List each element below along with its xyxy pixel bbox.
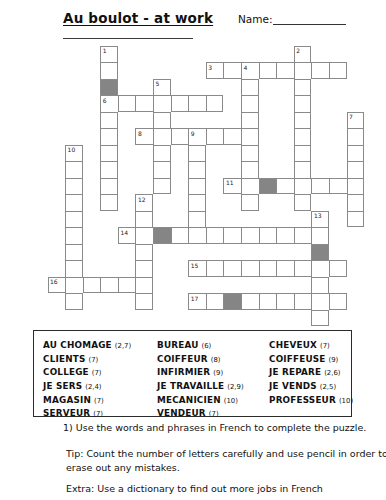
worksheet-page: Au boulot - at work Name: 12345678910111… xyxy=(0,0,386,500)
grid-cell[interactable] xyxy=(311,260,329,277)
grid-cell-gray xyxy=(259,178,277,195)
grid-cell[interactable] xyxy=(65,178,83,195)
word-bank-item: BUREAU(6) xyxy=(157,336,244,350)
grid-cell[interactable] xyxy=(153,95,171,112)
word-bank-word: INFIRMIER xyxy=(157,367,210,377)
grid-cell[interactable]: 10 xyxy=(65,145,83,162)
grid-cell[interactable] xyxy=(329,178,347,195)
title-blank-line xyxy=(63,24,193,39)
clue-number: 4 xyxy=(244,64,248,71)
word-bank-column: CHEVEUX(7)COIFFEUSE(9)JE REPARE(2,6)JE V… xyxy=(269,336,353,404)
grid-cell[interactable] xyxy=(100,178,118,195)
grid-cell[interactable] xyxy=(135,260,153,277)
grid-cell[interactable] xyxy=(276,227,294,244)
grid-cell[interactable]: 11 xyxy=(223,178,241,195)
grid-cell[interactable] xyxy=(259,260,277,277)
grid-cell[interactable] xyxy=(241,145,259,162)
clue-number: 9 xyxy=(191,130,195,137)
grid-cell[interactable]: 13 xyxy=(311,211,329,228)
grid-cell[interactable] xyxy=(100,112,118,129)
grid-cell[interactable] xyxy=(206,95,224,112)
grid-cell[interactable] xyxy=(294,128,312,145)
grid-cell[interactable] xyxy=(65,260,83,277)
grid-cell[interactable] xyxy=(347,128,365,145)
grid-cell[interactable] xyxy=(135,227,153,244)
grid-cell[interactable] xyxy=(171,128,189,145)
instruction-tip-line2: erase out any mistakes. xyxy=(66,462,180,473)
clue-number: 11 xyxy=(226,179,234,186)
clue-number: 13 xyxy=(314,212,322,219)
word-bank-box: AU CHOMAGE(2,7)CLIENTS(7)COLLEGE(7)JE SE… xyxy=(33,330,352,417)
grid-cell[interactable] xyxy=(65,244,83,261)
clue-number: 16 xyxy=(50,278,58,285)
grid-cell[interactable] xyxy=(171,95,189,112)
word-bank-word: AU CHOMAGE xyxy=(43,340,112,350)
grid-cell[interactable] xyxy=(118,95,136,112)
grid-cell[interactable] xyxy=(188,145,206,162)
grid-cell-gray xyxy=(100,79,118,96)
word-bank-letter-count: (7) xyxy=(320,342,330,350)
word-bank-word: COLLEGE xyxy=(43,367,89,377)
word-bank-item: COLLEGE(7) xyxy=(43,363,131,377)
grid-cell[interactable] xyxy=(294,79,312,96)
grid-cell[interactable] xyxy=(241,79,259,96)
grid-cell[interactable] xyxy=(100,277,118,294)
grid-cell[interactable] xyxy=(294,95,312,112)
word-bank-word: CHEVEUX xyxy=(269,340,317,350)
grid-cell[interactable]: 2 xyxy=(294,46,312,63)
grid-cell[interactable]: 5 xyxy=(153,79,171,96)
word-bank-item: INFIRMIER(9) xyxy=(157,363,244,377)
grid-cell[interactable] xyxy=(223,62,241,79)
grid-cell[interactable] xyxy=(347,178,365,195)
grid-cell[interactable] xyxy=(100,145,118,162)
grid-cell[interactable] xyxy=(65,211,83,228)
grid-cell[interactable] xyxy=(294,178,312,195)
word-bank-item: PROFESSEUR(10) xyxy=(269,391,353,405)
word-bank-word: MAGASIN xyxy=(43,395,91,405)
instruction-extra: Extra: Use a dictionary to find out more… xyxy=(66,483,323,494)
grid-cell[interactable] xyxy=(294,112,312,129)
clue-number: 3 xyxy=(208,64,212,71)
grid-cell[interactable] xyxy=(294,161,312,178)
clue-number: 15 xyxy=(191,262,199,269)
word-bank-word: SERVEUR xyxy=(43,408,90,418)
word-bank-letter-count: (6) xyxy=(202,342,212,350)
grid-cell[interactable] xyxy=(294,293,312,310)
grid-cell[interactable] xyxy=(65,277,83,294)
grid-cell[interactable]: 3 xyxy=(206,62,224,79)
clue-number: 6 xyxy=(103,97,107,104)
clue-number: 1 xyxy=(103,47,107,54)
grid-cell[interactable] xyxy=(276,62,294,79)
grid-cell[interactable] xyxy=(294,227,312,244)
word-bank-word: JE SERS xyxy=(43,381,82,391)
grid-cell[interactable] xyxy=(241,161,259,178)
word-bank-item: CHEVEUX(7) xyxy=(269,336,353,350)
word-bank-column: BUREAU(6)COIFFEUR(8)INFIRMIER(9)JE TRAVA… xyxy=(157,336,244,418)
word-bank-word: VENDEUR xyxy=(157,408,206,418)
word-bank-word: JE REPARE xyxy=(269,367,321,377)
grid-cell[interactable] xyxy=(347,211,365,228)
grid-cell[interactable] xyxy=(206,227,224,244)
grid-cell[interactable] xyxy=(276,260,294,277)
grid-cell[interactable]: 17 xyxy=(188,293,206,310)
grid-cell[interactable] xyxy=(135,95,153,112)
grid-cell[interactable] xyxy=(329,293,347,310)
grid-cell[interactable] xyxy=(241,194,259,211)
grid-cell[interactable] xyxy=(135,293,153,310)
word-bank-letter-count: (2,5) xyxy=(320,383,336,391)
grid-cell[interactable] xyxy=(153,128,171,145)
grid-cell-gray xyxy=(223,293,241,310)
grid-cell[interactable] xyxy=(206,128,224,145)
grid-cell[interactable] xyxy=(311,227,329,244)
clue-number: 2 xyxy=(296,47,300,54)
grid-cell[interactable] xyxy=(311,62,329,79)
grid-cell[interactable] xyxy=(294,260,312,277)
word-bank-word: CLIENTS xyxy=(43,354,85,364)
grid-cell[interactable] xyxy=(223,128,241,145)
grid-cell[interactable] xyxy=(294,62,312,79)
grid-cell[interactable]: 4 xyxy=(241,62,259,79)
word-bank-word: BUREAU xyxy=(157,340,199,350)
grid-cell[interactable] xyxy=(188,161,206,178)
grid-cell[interactable] xyxy=(153,161,171,178)
grid-cell[interactable] xyxy=(65,161,83,178)
name-input-line[interactable] xyxy=(273,13,346,25)
grid-cell[interactable] xyxy=(188,95,206,112)
grid-cell[interactable] xyxy=(223,260,241,277)
word-bank-letter-count: (10) xyxy=(224,397,238,405)
grid-cell[interactable] xyxy=(153,178,171,195)
word-bank-item: JE REPARE(2,6) xyxy=(269,363,353,377)
grid-cell[interactable] xyxy=(206,260,224,277)
grid-cell[interactable] xyxy=(153,112,171,129)
grid-cell[interactable] xyxy=(276,293,294,310)
grid-cell[interactable] xyxy=(294,194,312,211)
clue-number: 10 xyxy=(68,146,76,153)
word-bank-item: AU CHOMAGE(2,7) xyxy=(43,336,131,350)
instruction-tip-line1: Tip: Count the number of letters careful… xyxy=(66,448,386,459)
clue-number: 7 xyxy=(349,113,353,120)
grid-cell[interactable] xyxy=(135,277,153,294)
grid-cell[interactable]: 8 xyxy=(135,128,153,145)
name-row: Name: xyxy=(238,13,346,25)
grid-cell[interactable] xyxy=(311,293,329,310)
grid-cell[interactable] xyxy=(100,128,118,145)
grid-cell[interactable] xyxy=(206,293,224,310)
grid-cell[interactable] xyxy=(241,112,259,129)
grid-cell[interactable] xyxy=(311,178,329,195)
word-bank-column: AU CHOMAGE(2,7)CLIENTS(7)COLLEGE(7)JE SE… xyxy=(43,336,131,418)
grid-cell[interactable]: 16 xyxy=(48,277,66,294)
grid-cell[interactable]: 6 xyxy=(100,95,118,112)
grid-cell[interactable] xyxy=(135,244,153,261)
grid-cell[interactable] xyxy=(311,310,329,327)
grid-cell[interactable]: 15 xyxy=(188,260,206,277)
grid-cell[interactable] xyxy=(188,194,206,211)
word-bank-item: SERVEUR(7) xyxy=(43,404,131,418)
grid-cell[interactable] xyxy=(135,211,153,228)
grid-cell[interactable] xyxy=(188,178,206,195)
word-bank-item: CLIENTS(7) xyxy=(43,350,131,364)
word-bank-word: JE VENDS xyxy=(269,381,317,391)
word-bank-word: COIFFEUSE xyxy=(269,354,326,364)
grid-cell[interactable]: 1 xyxy=(100,46,118,63)
grid-cell[interactable] xyxy=(347,161,365,178)
grid-cell[interactable] xyxy=(311,277,329,294)
grid-cell-gray xyxy=(311,244,329,261)
grid-cell[interactable] xyxy=(65,293,83,310)
word-bank-item: MECANICIEN(10) xyxy=(157,391,244,405)
grid-cell[interactable] xyxy=(259,293,277,310)
grid-cell[interactable] xyxy=(171,227,189,244)
word-bank-item: JE SERS(2,4) xyxy=(43,377,131,391)
word-bank-item: VENDEUR(7) xyxy=(157,404,244,418)
clue-number: 5 xyxy=(156,80,160,87)
grid-cell[interactable] xyxy=(241,227,259,244)
grid-cell-gray xyxy=(153,227,171,244)
grid-cell[interactable] xyxy=(276,178,294,195)
grid-cell[interactable] xyxy=(259,62,277,79)
grid-cell[interactable] xyxy=(188,211,206,228)
grid-cell[interactable] xyxy=(241,260,259,277)
grid-cell[interactable] xyxy=(241,293,259,310)
crossword-grid: 1234567891011121314151617 xyxy=(48,46,365,327)
grid-cell[interactable] xyxy=(65,194,83,211)
grid-cell[interactable] xyxy=(100,194,118,211)
word-bank-word: JE TRAVAILLE xyxy=(157,381,224,391)
clue-number: 8 xyxy=(138,130,142,137)
word-bank-word: PROFESSEUR xyxy=(269,395,336,405)
word-bank-item: COIFFEUR(8) xyxy=(157,350,244,364)
grid-cell[interactable] xyxy=(329,62,347,79)
word-bank-letter-count: (7) xyxy=(209,410,219,418)
grid-cell[interactable] xyxy=(223,227,241,244)
grid-cell[interactable] xyxy=(100,161,118,178)
grid-cell[interactable] xyxy=(347,145,365,162)
grid-cell[interactable]: 14 xyxy=(118,227,136,244)
clue-number: 12 xyxy=(138,196,146,203)
grid-cell[interactable] xyxy=(65,227,83,244)
word-bank-letter-count: (10) xyxy=(339,397,353,405)
word-bank-word: COIFFEUR xyxy=(157,354,208,364)
grid-cell[interactable] xyxy=(241,128,259,145)
instruction-step1: 1) Use the words and phrases in French t… xyxy=(63,422,366,433)
word-bank-letter-count: (2,4) xyxy=(85,383,101,391)
word-bank-item: JE TRAVAILLE(2,9) xyxy=(157,377,244,391)
grid-cell[interactable] xyxy=(241,178,259,195)
grid-cell[interactable]: 12 xyxy=(135,194,153,211)
word-bank-item: JE VENDS(2,5) xyxy=(269,377,353,391)
word-bank-item: COIFFEUSE(9) xyxy=(269,350,353,364)
word-bank-letter-count: (7) xyxy=(93,410,103,418)
grid-cell[interactable] xyxy=(188,227,206,244)
grid-cell[interactable] xyxy=(118,277,136,294)
grid-cell[interactable]: 9 xyxy=(188,128,206,145)
grid-cell[interactable] xyxy=(241,95,259,112)
grid-cell[interactable] xyxy=(329,260,347,277)
word-bank-letter-count: (2,9) xyxy=(227,383,243,391)
word-bank-letter-count: (2,7) xyxy=(115,342,131,350)
clue-number: 17 xyxy=(191,295,199,302)
name-label: Name: xyxy=(238,13,273,25)
grid-cell[interactable] xyxy=(294,145,312,162)
clue-number: 14 xyxy=(120,229,128,236)
grid-cell[interactable] xyxy=(259,227,277,244)
grid-cell[interactable] xyxy=(347,194,365,211)
word-bank-word: MECANICIEN xyxy=(157,395,221,405)
grid-cell[interactable] xyxy=(83,277,101,294)
word-bank-item: MAGASIN(7) xyxy=(43,391,131,405)
grid-cell[interactable]: 7 xyxy=(347,112,365,129)
grid-cell[interactable] xyxy=(153,145,171,162)
grid-cell[interactable] xyxy=(100,62,118,79)
